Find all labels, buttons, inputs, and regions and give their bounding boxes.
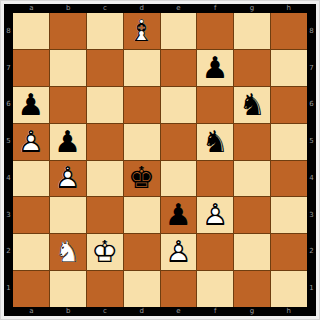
chess-board: ♝♗♟♟♞♟♙♟♞♟♙♚♟♟♙♞♘♚♔♟♙ xyxy=(13,13,307,307)
piece-white-knight[interactable]: ♞♘ xyxy=(50,234,86,270)
piece-black-pawn[interactable]: ♟ xyxy=(197,50,233,86)
square-g4[interactable] xyxy=(234,161,270,197)
square-c3[interactable] xyxy=(87,197,123,233)
square-b6[interactable] xyxy=(50,87,86,123)
square-d7[interactable] xyxy=(124,50,160,86)
square-c6[interactable] xyxy=(87,87,123,123)
square-g3[interactable] xyxy=(234,197,270,233)
rank-label-3: 3 xyxy=(307,197,316,234)
rank-label-6: 6 xyxy=(4,87,13,124)
page-background: abcdefgh 87654321 ♝♗♟♟♞♟♙♟♞♟♙♚♟♟♙♞♘♚♔♟♙ … xyxy=(0,0,320,320)
square-d3[interactable] xyxy=(124,197,160,233)
square-a3[interactable] xyxy=(13,197,49,233)
rank-label-4: 4 xyxy=(307,160,316,197)
square-e3[interactable]: ♟ xyxy=(161,197,197,233)
square-h3[interactable] xyxy=(271,197,307,233)
piece-black-king[interactable]: ♚ xyxy=(124,161,160,197)
square-e7[interactable] xyxy=(161,50,197,86)
rank-labels-left: 87654321 xyxy=(4,13,13,307)
rank-label-1: 1 xyxy=(4,270,13,307)
square-f6[interactable] xyxy=(197,87,233,123)
file-label-e: e xyxy=(160,307,197,316)
square-d8[interactable]: ♝♗ xyxy=(124,13,160,49)
rank-label-5: 5 xyxy=(4,123,13,160)
file-label-g: g xyxy=(234,4,271,13)
piece-black-pawn[interactable]: ♟ xyxy=(13,87,49,123)
rank-labels-right: 87654321 xyxy=(307,13,316,307)
rank-label-2: 2 xyxy=(4,234,13,271)
square-e5[interactable] xyxy=(161,124,197,160)
square-d2[interactable] xyxy=(124,234,160,270)
square-h8[interactable] xyxy=(271,13,307,49)
piece-outline-layer: ♙ xyxy=(50,161,86,197)
piece-outline-layer: ♗ xyxy=(124,13,160,49)
square-b8[interactable] xyxy=(50,13,86,49)
square-a8[interactable] xyxy=(13,13,49,49)
rank-label-7: 7 xyxy=(307,50,316,87)
square-e1[interactable] xyxy=(161,271,197,307)
piece-black-knight[interactable]: ♞ xyxy=(197,124,233,160)
square-a2[interactable] xyxy=(13,234,49,270)
square-h4[interactable] xyxy=(271,161,307,197)
piece-black-knight[interactable]: ♞ xyxy=(234,87,270,123)
file-label-h: h xyxy=(270,307,307,316)
square-b1[interactable] xyxy=(50,271,86,307)
square-c4[interactable] xyxy=(87,161,123,197)
square-f4[interactable] xyxy=(197,161,233,197)
file-labels-bottom: abcdefgh xyxy=(13,307,307,316)
square-d1[interactable] xyxy=(124,271,160,307)
square-c7[interactable] xyxy=(87,50,123,86)
square-c5[interactable] xyxy=(87,124,123,160)
square-h5[interactable] xyxy=(271,124,307,160)
file-label-a: a xyxy=(13,4,50,13)
square-f2[interactable] xyxy=(197,234,233,270)
file-labels-top: abcdefgh xyxy=(13,4,307,13)
square-g6[interactable]: ♞ xyxy=(234,87,270,123)
square-d4[interactable]: ♚ xyxy=(124,161,160,197)
file-label-f: f xyxy=(197,4,234,13)
rank-label-6: 6 xyxy=(307,87,316,124)
square-d6[interactable] xyxy=(124,87,160,123)
rank-label-5: 5 xyxy=(307,123,316,160)
piece-outline-layer: ♔ xyxy=(87,234,123,270)
rank-label-4: 4 xyxy=(4,160,13,197)
square-c2[interactable]: ♚♔ xyxy=(87,234,123,270)
square-h6[interactable] xyxy=(271,87,307,123)
piece-white-pawn[interactable]: ♟♙ xyxy=(13,124,49,160)
file-label-d: d xyxy=(123,307,160,316)
rank-label-3: 3 xyxy=(4,197,13,234)
file-label-b: b xyxy=(50,307,87,316)
rank-label-8: 8 xyxy=(307,13,316,50)
piece-outline-layer: ♙ xyxy=(197,197,233,233)
square-c1[interactable] xyxy=(87,271,123,307)
square-f5[interactable]: ♞ xyxy=(197,124,233,160)
square-e4[interactable] xyxy=(161,161,197,197)
square-b5[interactable]: ♟ xyxy=(50,124,86,160)
piece-black-pawn[interactable]: ♟ xyxy=(50,124,86,160)
rank-label-7: 7 xyxy=(4,50,13,87)
square-f7[interactable]: ♟ xyxy=(197,50,233,86)
piece-outline-layer: ♙ xyxy=(13,124,49,160)
square-c8[interactable] xyxy=(87,13,123,49)
square-a4[interactable] xyxy=(13,161,49,197)
file-label-b: b xyxy=(50,4,87,13)
piece-black-pawn[interactable]: ♟ xyxy=(161,197,197,233)
square-f1[interactable] xyxy=(197,271,233,307)
file-label-c: c xyxy=(87,4,124,13)
square-f8[interactable] xyxy=(197,13,233,49)
square-g5[interactable] xyxy=(234,124,270,160)
square-b4[interactable]: ♟♙ xyxy=(50,161,86,197)
rank-label-1: 1 xyxy=(307,270,316,307)
square-g1[interactable] xyxy=(234,271,270,307)
square-g8[interactable] xyxy=(234,13,270,49)
square-h7[interactable] xyxy=(271,50,307,86)
square-b2[interactable]: ♞♘ xyxy=(50,234,86,270)
file-label-d: d xyxy=(123,4,160,13)
square-b3[interactable] xyxy=(50,197,86,233)
piece-outline-layer: ♙ xyxy=(161,234,197,270)
square-a1[interactable] xyxy=(13,271,49,307)
file-label-f: f xyxy=(197,307,234,316)
piece-white-bishop[interactable]: ♝♗ xyxy=(124,13,160,49)
piece-outline-layer: ♘ xyxy=(50,234,86,270)
rank-label-2: 2 xyxy=(307,234,316,271)
chess-board-frame: abcdefgh 87654321 ♝♗♟♟♞♟♙♟♞♟♙♚♟♟♙♞♘♚♔♟♙ … xyxy=(4,4,316,316)
square-d5[interactable] xyxy=(124,124,160,160)
square-e2[interactable]: ♟♙ xyxy=(161,234,197,270)
square-g7[interactable] xyxy=(234,50,270,86)
file-label-h: h xyxy=(270,4,307,13)
square-g2[interactable] xyxy=(234,234,270,270)
square-e8[interactable] xyxy=(161,13,197,49)
file-label-c: c xyxy=(87,307,124,316)
piece-white-pawn[interactable]: ♟♙ xyxy=(197,197,233,233)
file-label-e: e xyxy=(160,4,197,13)
rank-label-8: 8 xyxy=(4,13,13,50)
square-a7[interactable] xyxy=(13,50,49,86)
piece-white-pawn[interactable]: ♟♙ xyxy=(161,234,197,270)
square-e6[interactable] xyxy=(161,87,197,123)
file-label-g: g xyxy=(234,307,271,316)
piece-white-pawn[interactable]: ♟♙ xyxy=(50,161,86,197)
square-a6[interactable]: ♟ xyxy=(13,87,49,123)
square-f3[interactable]: ♟♙ xyxy=(197,197,233,233)
square-a5[interactable]: ♟♙ xyxy=(13,124,49,160)
square-h2[interactable] xyxy=(271,234,307,270)
piece-white-king[interactable]: ♚♔ xyxy=(87,234,123,270)
square-b7[interactable] xyxy=(50,50,86,86)
file-label-a: a xyxy=(13,307,50,316)
square-h1[interactable] xyxy=(271,271,307,307)
